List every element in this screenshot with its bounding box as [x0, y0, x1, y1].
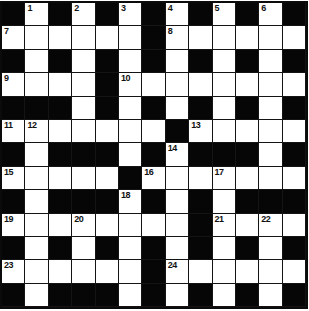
block-cell-r12c0: [2, 284, 25, 307]
letter-cell-r11c9[interactable]: [213, 260, 236, 283]
letter-cell-r10c3[interactable]: [72, 237, 95, 260]
block-cell-r3c4: [96, 73, 119, 96]
block-cell-r0c10: [236, 3, 259, 26]
block-cell-r2c8: [189, 50, 212, 73]
block-cell-r11c6: [142, 260, 165, 283]
letter-cell-r1c1[interactable]: [25, 26, 48, 49]
letter-cell-r9c5[interactable]: [119, 214, 142, 237]
clue-number-6: 6: [261, 3, 266, 13]
letter-cell-r1c4[interactable]: [96, 26, 119, 49]
letter-cell-r3c10[interactable]: [236, 73, 259, 96]
block-cell-r4c1: [25, 97, 48, 120]
letter-cell-r4c3[interactable]: [72, 97, 95, 120]
clue-number-19: 19: [4, 214, 13, 224]
letter-cell-r12c5[interactable]: [119, 284, 142, 307]
letter-cell-r9c7[interactable]: [166, 214, 189, 237]
letter-cell-r5c10[interactable]: [236, 120, 259, 143]
clue-number-4: 4: [168, 3, 173, 13]
block-cell-r12c10: [236, 284, 259, 307]
letter-cell-r3c2[interactable]: [49, 73, 72, 96]
block-cell-r12c2: [49, 284, 72, 307]
letter-cell-r10c5[interactable]: [119, 237, 142, 260]
letter-cell-r6c1[interactable]: [25, 143, 48, 166]
letter-cell-r7c6[interactable]: 16: [142, 167, 165, 190]
block-cell-r12c3: [72, 284, 95, 307]
clue-number-8: 8: [168, 26, 173, 36]
letter-cell-r1c7[interactable]: 8: [166, 26, 189, 49]
crossword-grid: 123456789101112131415161718192021222324: [0, 1, 308, 309]
block-cell-r8c11: [259, 190, 282, 213]
letter-cell-r3c3[interactable]: [72, 73, 95, 96]
clue-number-20: 20: [74, 214, 83, 224]
letter-cell-r3c7[interactable]: [166, 73, 189, 96]
block-cell-r4c0: [2, 97, 25, 120]
letter-cell-r0c1[interactable]: 1: [25, 3, 48, 26]
letter-cell-r7c8[interactable]: [189, 167, 212, 190]
block-cell-r12c6: [142, 284, 165, 307]
block-cell-r4c4: [96, 97, 119, 120]
letter-cell-r9c2[interactable]: [49, 214, 72, 237]
letter-cell-r5c2[interactable]: [49, 120, 72, 143]
letter-cell-r9c4[interactable]: [96, 214, 119, 237]
letter-cell-r7c12[interactable]: [283, 167, 306, 190]
clue-number-22: 22: [261, 214, 270, 224]
letter-cell-r5c8[interactable]: 13: [189, 120, 212, 143]
letter-cell-r2c1[interactable]: [25, 50, 48, 73]
letter-cell-r6c5[interactable]: [119, 143, 142, 166]
letter-cell-r3c12[interactable]: [283, 73, 306, 96]
clue-number-7: 7: [4, 26, 9, 36]
clue-number-17: 17: [215, 167, 224, 177]
clue-number-12: 12: [27, 120, 36, 130]
letter-cell-r9c0[interactable]: 19: [2, 214, 25, 237]
letter-cell-r1c12[interactable]: [283, 26, 306, 49]
letter-cell-r8c9[interactable]: [213, 190, 236, 213]
letter-cell-r0c3[interactable]: 2: [72, 3, 95, 26]
block-cell-r8c2: [49, 190, 72, 213]
letter-cell-r3c9[interactable]: [213, 73, 236, 96]
block-cell-r12c12: [283, 284, 306, 307]
block-cell-r6c8: [189, 143, 212, 166]
block-cell-r6c6: [142, 143, 165, 166]
letter-cell-r4c5[interactable]: [119, 97, 142, 120]
block-cell-r8c12: [283, 190, 306, 213]
letter-cell-r9c6[interactable]: [142, 214, 165, 237]
letter-cell-r4c9[interactable]: [213, 97, 236, 120]
clue-number-21: 21: [215, 214, 224, 224]
letter-cell-r9c12[interactable]: [283, 214, 306, 237]
letter-cell-r5c5[interactable]: [119, 120, 142, 143]
block-cell-r1c6: [142, 26, 165, 49]
block-cell-r9c8: [189, 214, 212, 237]
letter-cell-r11c11[interactable]: [259, 260, 282, 283]
block-cell-r10c4: [96, 237, 119, 260]
letter-cell-r11c8[interactable]: [189, 260, 212, 283]
letter-cell-r8c5[interactable]: 18: [119, 190, 142, 213]
letter-cell-r8c1[interactable]: [25, 190, 48, 213]
clue-number-13: 13: [191, 120, 200, 130]
block-cell-r0c2: [49, 3, 72, 26]
block-cell-r0c8: [189, 3, 212, 26]
block-cell-r4c10: [236, 97, 259, 120]
block-cell-r6c0: [2, 143, 25, 166]
letter-cell-r1c11[interactable]: [259, 26, 282, 49]
letter-cell-r5c12[interactable]: [283, 120, 306, 143]
block-cell-r8c0: [2, 190, 25, 213]
letter-cell-r9c10[interactable]: [236, 214, 259, 237]
letter-cell-r5c3[interactable]: [72, 120, 95, 143]
block-cell-r8c8: [189, 190, 212, 213]
block-cell-r12c4: [96, 284, 119, 307]
letter-cell-r2c11[interactable]: [259, 50, 282, 73]
letter-cell-r11c3[interactable]: [72, 260, 95, 283]
block-cell-r10c10: [236, 237, 259, 260]
block-cell-r6c2: [49, 143, 72, 166]
letter-cell-r1c2[interactable]: [49, 26, 72, 49]
letter-cell-r9c11[interactable]: 22: [259, 214, 282, 237]
letter-cell-r5c4[interactable]: [96, 120, 119, 143]
letter-cell-r3c1[interactable]: [25, 73, 48, 96]
block-cell-r10c8: [189, 237, 212, 260]
letter-cell-r6c7[interactable]: 14: [166, 143, 189, 166]
letter-cell-r1c3[interactable]: [72, 26, 95, 49]
letter-cell-r3c5[interactable]: 10: [119, 73, 142, 96]
clue-number-1: 1: [27, 3, 32, 13]
letter-cell-r9c9[interactable]: 21: [213, 214, 236, 237]
letter-cell-r1c10[interactable]: [236, 26, 259, 49]
clue-number-5: 5: [215, 3, 220, 13]
letter-cell-r11c10[interactable]: [236, 260, 259, 283]
block-cell-r4c12: [283, 97, 306, 120]
block-cell-r6c12: [283, 143, 306, 166]
letter-cell-r7c1[interactable]: [25, 167, 48, 190]
block-cell-r10c2: [49, 237, 72, 260]
letter-cell-r3c11[interactable]: [259, 73, 282, 96]
letter-cell-r10c7[interactable]: [166, 237, 189, 260]
letter-cell-r3c6[interactable]: [142, 73, 165, 96]
block-cell-r4c2: [49, 97, 72, 120]
letter-cell-r7c10[interactable]: [236, 167, 259, 190]
letter-cell-r5c1[interactable]: 12: [25, 120, 48, 143]
crossword-page: 123456789101112131415161718192021222324: [0, 0, 309, 309]
letter-cell-r11c1[interactable]: [25, 260, 48, 283]
letter-cell-r7c2[interactable]: [49, 167, 72, 190]
block-cell-r10c6: [142, 237, 165, 260]
block-cell-r6c4: [96, 143, 119, 166]
block-cell-r8c10: [236, 190, 259, 213]
block-cell-r2c0: [2, 50, 25, 73]
letter-cell-r3c0[interactable]: 9: [2, 73, 25, 96]
letter-cell-r1c5[interactable]: [119, 26, 142, 49]
letter-cell-r2c5[interactable]: [119, 50, 142, 73]
block-cell-r0c12: [283, 3, 306, 26]
letter-cell-r7c7[interactable]: [166, 167, 189, 190]
block-cell-r2c2: [49, 50, 72, 73]
block-cell-r0c6: [142, 3, 165, 26]
letter-cell-r11c4[interactable]: [96, 260, 119, 283]
letter-cell-r10c11[interactable]: [259, 237, 282, 260]
letter-cell-r11c2[interactable]: [49, 260, 72, 283]
letter-cell-r11c12[interactable]: [283, 260, 306, 283]
block-cell-r4c8: [189, 97, 212, 120]
letter-cell-r12c7[interactable]: [166, 284, 189, 307]
letter-cell-r0c7[interactable]: 4: [166, 3, 189, 26]
clue-number-15: 15: [4, 167, 13, 177]
block-cell-r8c3: [72, 190, 95, 213]
letter-cell-r7c9[interactable]: 17: [213, 167, 236, 190]
letter-cell-r0c11[interactable]: 6: [259, 3, 282, 26]
clue-number-10: 10: [121, 73, 130, 83]
letter-cell-r10c9[interactable]: [213, 237, 236, 260]
block-cell-r8c6: [142, 190, 165, 213]
block-cell-r2c12: [283, 50, 306, 73]
block-cell-r6c10: [236, 143, 259, 166]
letter-cell-r12c9[interactable]: [213, 284, 236, 307]
letter-cell-r2c3[interactable]: [72, 50, 95, 73]
block-cell-r0c4: [96, 3, 119, 26]
letter-cell-r4c7[interactable]: [166, 97, 189, 120]
letter-cell-r1c8[interactable]: [189, 26, 212, 49]
block-cell-r0c0: [2, 3, 25, 26]
letter-cell-r1c9[interactable]: [213, 26, 236, 49]
letter-cell-r12c11[interactable]: [259, 284, 282, 307]
letter-cell-r3c8[interactable]: [189, 73, 212, 96]
clue-number-2: 2: [74, 3, 79, 13]
letter-cell-r8c7[interactable]: [166, 190, 189, 213]
letter-cell-r2c7[interactable]: [166, 50, 189, 73]
block-cell-r6c3: [72, 143, 95, 166]
clue-number-23: 23: [4, 260, 13, 270]
block-cell-r6c9: [213, 143, 236, 166]
block-cell-r12c8: [189, 284, 212, 307]
letter-cell-r5c6[interactable]: [142, 120, 165, 143]
letter-cell-r4c11[interactable]: [259, 97, 282, 120]
clue-number-3: 3: [121, 3, 126, 13]
block-cell-r10c12: [283, 237, 306, 260]
block-cell-r4c6: [142, 97, 165, 120]
letter-cell-r5c9[interactable]: [213, 120, 236, 143]
clue-number-24: 24: [168, 260, 177, 270]
letter-cell-r7c11[interactable]: [259, 167, 282, 190]
letter-cell-r0c9[interactable]: 5: [213, 3, 236, 26]
letter-cell-r11c5[interactable]: [119, 260, 142, 283]
letter-cell-r7c0[interactable]: 15: [2, 167, 25, 190]
letter-cell-r7c3[interactable]: [72, 167, 95, 190]
clue-number-11: 11: [4, 120, 13, 130]
block-cell-r8c4: [96, 190, 119, 213]
block-cell-r2c10: [236, 50, 259, 73]
clue-number-18: 18: [121, 190, 130, 200]
block-cell-r5c7: [166, 120, 189, 143]
letter-cell-r7c4[interactable]: [96, 167, 119, 190]
block-cell-r10c0: [2, 237, 25, 260]
letter-cell-r0c5[interactable]: 3: [119, 3, 142, 26]
block-cell-r2c4: [96, 50, 119, 73]
letter-cell-r11c7[interactable]: 24: [166, 260, 189, 283]
clue-number-14: 14: [168, 143, 177, 153]
letter-cell-r11c0[interactable]: 23: [2, 260, 25, 283]
letter-cell-r1c0[interactable]: 7: [2, 26, 25, 49]
letter-cell-r5c0[interactable]: 11: [2, 120, 25, 143]
block-cell-r2c6: [142, 50, 165, 73]
letter-cell-r10c1[interactable]: [25, 237, 48, 260]
letter-cell-r6c11[interactable]: [259, 143, 282, 166]
letter-cell-r9c3[interactable]: 20: [72, 214, 95, 237]
letter-cell-r2c9[interactable]: [213, 50, 236, 73]
letter-cell-r12c1[interactable]: [25, 284, 48, 307]
block-cell-r7c5: [119, 167, 142, 190]
letter-cell-r5c11[interactable]: [259, 120, 282, 143]
letter-cell-r9c1[interactable]: [25, 214, 48, 237]
clue-number-16: 16: [144, 167, 153, 177]
clue-number-9: 9: [4, 73, 9, 83]
